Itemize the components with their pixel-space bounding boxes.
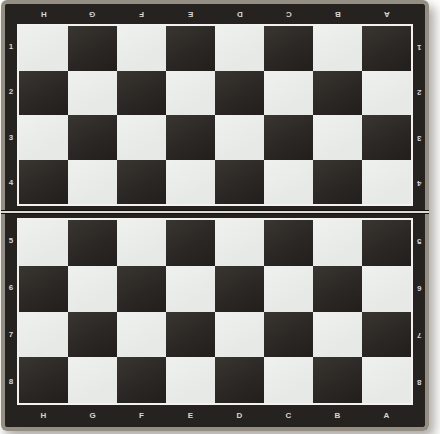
rank-label-left-2: 2	[5, 70, 17, 116]
rank-label-left-6: 6	[5, 265, 17, 312]
square-c4[interactable]	[264, 160, 313, 205]
file-label-top-d: D	[215, 4, 264, 24]
square-f5[interactable]	[117, 220, 166, 266]
square-c3[interactable]	[264, 115, 313, 160]
square-e5[interactable]	[166, 220, 215, 266]
square-b7[interactable]	[313, 312, 362, 358]
square-h7[interactable]	[19, 312, 68, 358]
rank-label-right-4: 4	[413, 161, 425, 207]
square-d6[interactable]	[215, 266, 264, 312]
file-label-bottom-d: D	[215, 405, 264, 427]
square-c5[interactable]	[264, 220, 313, 266]
rank-labels-right-lower: 5678	[413, 218, 425, 405]
rank-label-right-1: 1	[413, 24, 425, 70]
square-b6[interactable]	[313, 266, 362, 312]
square-e3[interactable]	[166, 115, 215, 160]
square-f7[interactable]	[117, 312, 166, 358]
square-h3[interactable]	[19, 115, 68, 160]
file-labels-bottom: HGFEDCBA	[19, 405, 411, 427]
square-e1[interactable]	[166, 26, 215, 71]
rank-labels-left-lower: 5678	[5, 218, 17, 405]
square-f6[interactable]	[117, 266, 166, 312]
square-e4[interactable]	[166, 160, 215, 205]
file-label-bottom-f: F	[117, 405, 166, 427]
square-c7[interactable]	[264, 312, 313, 358]
chessboard: HGFEDCBA 1234 1234 5678 5678 HGFEDCBA	[1, 0, 429, 431]
square-b8[interactable]	[313, 357, 362, 403]
square-a8[interactable]	[362, 357, 411, 403]
square-e2[interactable]	[166, 71, 215, 116]
square-g7[interactable]	[68, 312, 117, 358]
square-h2[interactable]	[19, 71, 68, 116]
square-f3[interactable]	[117, 115, 166, 160]
rank-label-left-8: 8	[5, 358, 17, 405]
square-a1[interactable]	[362, 26, 411, 71]
square-h4[interactable]	[19, 160, 68, 205]
square-e6[interactable]	[166, 266, 215, 312]
rank-labels-right-upper: 1234	[413, 24, 425, 206]
file-label-top-e: E	[166, 4, 215, 24]
file-label-bottom-g: G	[68, 405, 117, 427]
square-h5[interactable]	[19, 220, 68, 266]
square-d3[interactable]	[215, 115, 264, 160]
square-b3[interactable]	[313, 115, 362, 160]
rank-label-right-3: 3	[413, 115, 425, 161]
square-d4[interactable]	[215, 160, 264, 205]
square-g2[interactable]	[68, 71, 117, 116]
square-d2[interactable]	[215, 71, 264, 116]
square-b2[interactable]	[313, 71, 362, 116]
square-a6[interactable]	[362, 266, 411, 312]
file-label-top-g: G	[68, 4, 117, 24]
rank-labels-left-upper: 1234	[5, 24, 17, 206]
rank-label-left-1: 1	[5, 24, 17, 70]
square-d5[interactable]	[215, 220, 264, 266]
file-label-bottom-e: E	[166, 405, 215, 427]
file-label-top-b: B	[313, 4, 362, 24]
square-c2[interactable]	[264, 71, 313, 116]
square-g3[interactable]	[68, 115, 117, 160]
square-h8[interactable]	[19, 357, 68, 403]
rank-label-left-4: 4	[5, 161, 17, 207]
file-label-bottom-h: H	[19, 405, 68, 427]
rank-label-right-6: 6	[413, 265, 425, 312]
square-f4[interactable]	[117, 160, 166, 205]
file-label-top-f: F	[117, 4, 166, 24]
square-e7[interactable]	[166, 312, 215, 358]
rank-label-left-3: 3	[5, 115, 17, 161]
board-squares-lower	[17, 218, 413, 405]
square-h6[interactable]	[19, 266, 68, 312]
square-f2[interactable]	[117, 71, 166, 116]
square-b4[interactable]	[313, 160, 362, 205]
square-h1[interactable]	[19, 26, 68, 71]
square-c6[interactable]	[264, 266, 313, 312]
board-top-panel: HGFEDCBA 1234 1234	[1, 0, 429, 210]
square-g8[interactable]	[68, 357, 117, 403]
square-g4[interactable]	[68, 160, 117, 205]
board-squares-upper	[17, 24, 413, 206]
file-label-top-c: C	[264, 4, 313, 24]
square-g6[interactable]	[68, 266, 117, 312]
square-a4[interactable]	[362, 160, 411, 205]
square-a7[interactable]	[362, 312, 411, 358]
square-a3[interactable]	[362, 115, 411, 160]
rank-label-left-5: 5	[5, 218, 17, 265]
file-label-bottom-a: A	[362, 405, 411, 427]
square-a5[interactable]	[362, 220, 411, 266]
square-g1[interactable]	[68, 26, 117, 71]
square-c1[interactable]	[264, 26, 313, 71]
square-f8[interactable]	[117, 357, 166, 403]
rank-label-left-7: 7	[5, 312, 17, 359]
file-label-top-a: A	[362, 4, 411, 24]
file-labels-top: HGFEDCBA	[19, 4, 411, 24]
board-bottom-panel: 5678 5678 HGFEDCBA	[1, 214, 429, 431]
file-label-bottom-c: C	[264, 405, 313, 427]
rank-label-right-5: 5	[413, 218, 425, 265]
rank-label-right-2: 2	[413, 70, 425, 116]
square-d1[interactable]	[215, 26, 264, 71]
square-d7[interactable]	[215, 312, 264, 358]
file-label-top-h: H	[19, 4, 68, 24]
square-b5[interactable]	[313, 220, 362, 266]
square-e8[interactable]	[166, 357, 215, 403]
square-g5[interactable]	[68, 220, 117, 266]
square-b1[interactable]	[313, 26, 362, 71]
square-f1[interactable]	[117, 26, 166, 71]
square-d8[interactable]	[215, 357, 264, 403]
square-c8[interactable]	[264, 357, 313, 403]
square-a2[interactable]	[362, 71, 411, 116]
rank-label-right-7: 7	[413, 312, 425, 359]
file-label-bottom-b: B	[313, 405, 362, 427]
rank-label-right-8: 8	[413, 358, 425, 405]
